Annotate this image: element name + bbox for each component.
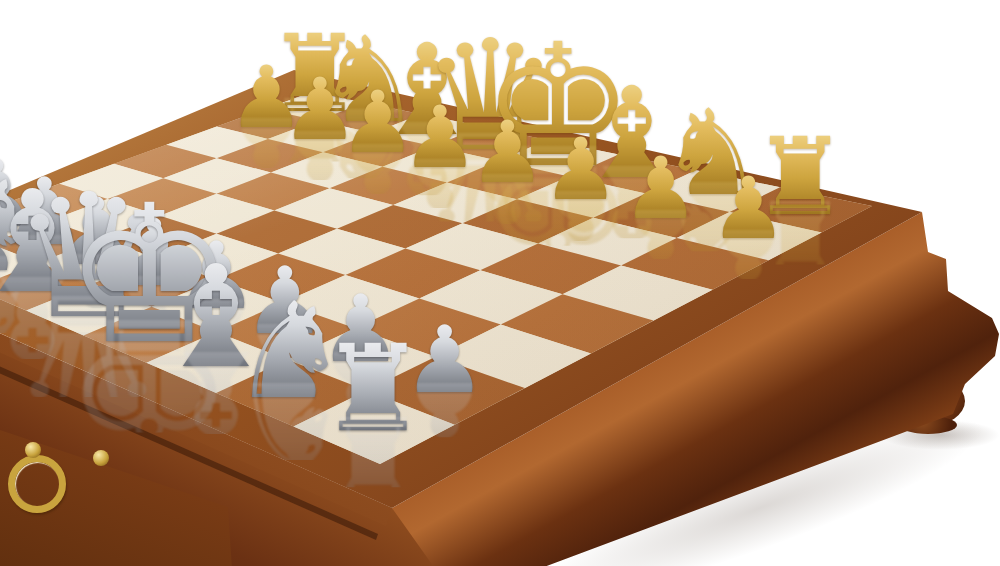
board-squares xyxy=(0,0,1000,566)
chess-set-photo: ♜♜♞♞♝♝♛♛♚♚♝♝♞♞♜♜♟♟♟♟♟♟♟♟♟♟♟♟♟♟♟♟♟♟♟♟♟♟♟♟… xyxy=(0,0,1000,566)
